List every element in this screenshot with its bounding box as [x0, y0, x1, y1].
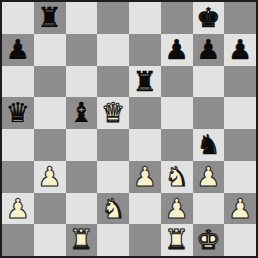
piece-black-rook[interactable]: ♜	[38, 2, 62, 34]
square-b2[interactable]	[34, 193, 66, 225]
square-f4[interactable]	[161, 129, 193, 161]
square-g7[interactable]: ♟	[193, 34, 225, 66]
piece-black-king[interactable]: ♚	[196, 2, 220, 34]
piece-white-king[interactable]: ♚	[196, 224, 220, 256]
square-b4[interactable]	[34, 129, 66, 161]
square-b6[interactable]	[34, 66, 66, 98]
piece-white-knight[interactable]: ♞	[165, 161, 189, 193]
square-h7[interactable]: ♟	[224, 34, 256, 66]
square-c3[interactable]	[66, 161, 98, 193]
square-c7[interactable]	[66, 34, 98, 66]
square-d1[interactable]	[97, 224, 129, 256]
square-b8[interactable]: ♜	[34, 2, 66, 34]
square-b7[interactable]	[34, 34, 66, 66]
square-c2[interactable]	[66, 193, 98, 225]
piece-black-rook[interactable]: ♜	[133, 66, 157, 98]
piece-white-pawn[interactable]: ♟	[165, 193, 189, 225]
square-e5[interactable]	[129, 97, 161, 129]
square-d3[interactable]	[97, 161, 129, 193]
square-d8[interactable]	[97, 2, 129, 34]
piece-white-rook[interactable]: ♜	[69, 224, 93, 256]
square-a2[interactable]: ♟	[2, 193, 34, 225]
square-f8[interactable]	[161, 2, 193, 34]
square-h4[interactable]	[224, 129, 256, 161]
piece-white-rook[interactable]: ♜	[165, 224, 189, 256]
square-e1[interactable]	[129, 224, 161, 256]
piece-black-knight[interactable]: ♞	[196, 129, 220, 161]
square-f1[interactable]: ♜	[161, 224, 193, 256]
square-d6[interactable]	[97, 66, 129, 98]
square-c4[interactable]	[66, 129, 98, 161]
square-h5[interactable]	[224, 97, 256, 129]
square-f5[interactable]	[161, 97, 193, 129]
piece-white-pawn[interactable]: ♟	[228, 193, 252, 225]
square-g5[interactable]	[193, 97, 225, 129]
square-a3[interactable]	[2, 161, 34, 193]
square-c6[interactable]	[66, 66, 98, 98]
square-e4[interactable]	[129, 129, 161, 161]
piece-white-pawn[interactable]: ♟	[6, 193, 30, 225]
square-a4[interactable]	[2, 129, 34, 161]
piece-black-queen[interactable]: ♛	[6, 97, 30, 129]
square-c5[interactable]: ♝	[66, 97, 98, 129]
piece-white-queen[interactable]: ♛	[101, 97, 125, 129]
square-f2[interactable]: ♟	[161, 193, 193, 225]
square-b3[interactable]: ♟	[34, 161, 66, 193]
square-b1[interactable]	[34, 224, 66, 256]
square-d2[interactable]: ♞	[97, 193, 129, 225]
piece-black-pawn[interactable]: ♟	[196, 34, 220, 66]
square-a8[interactable]	[2, 2, 34, 34]
square-h3[interactable]	[224, 161, 256, 193]
square-g8[interactable]: ♚	[193, 2, 225, 34]
square-b5[interactable]	[34, 97, 66, 129]
piece-white-pawn[interactable]: ♟	[196, 161, 220, 193]
square-h6[interactable]	[224, 66, 256, 98]
piece-white-pawn[interactable]: ♟	[38, 161, 62, 193]
square-e8[interactable]	[129, 2, 161, 34]
piece-black-pawn[interactable]: ♟	[228, 34, 252, 66]
piece-black-pawn[interactable]: ♟	[6, 34, 30, 66]
square-g6[interactable]	[193, 66, 225, 98]
piece-white-knight[interactable]: ♞	[101, 193, 125, 225]
chess-board-window: ♜♚♟♟♟♟♜♛♝♛♞♟♟♞♟♟♞♟♟♜♜♚	[0, 0, 258, 258]
square-h1[interactable]	[224, 224, 256, 256]
square-c1[interactable]: ♜	[66, 224, 98, 256]
square-a6[interactable]	[2, 66, 34, 98]
square-a1[interactable]	[2, 224, 34, 256]
square-f3[interactable]: ♞	[161, 161, 193, 193]
square-e6[interactable]: ♜	[129, 66, 161, 98]
square-g2[interactable]	[193, 193, 225, 225]
square-f7[interactable]: ♟	[161, 34, 193, 66]
square-g1[interactable]: ♚	[193, 224, 225, 256]
square-g3[interactable]: ♟	[193, 161, 225, 193]
square-g4[interactable]: ♞	[193, 129, 225, 161]
square-e2[interactable]	[129, 193, 161, 225]
square-c8[interactable]	[66, 2, 98, 34]
square-h2[interactable]: ♟	[224, 193, 256, 225]
square-a5[interactable]: ♛	[2, 97, 34, 129]
square-h8[interactable]	[224, 2, 256, 34]
piece-black-bishop[interactable]: ♝	[69, 97, 93, 129]
square-e3[interactable]: ♟	[129, 161, 161, 193]
square-f6[interactable]	[161, 66, 193, 98]
square-d4[interactable]	[97, 129, 129, 161]
square-d7[interactable]	[97, 34, 129, 66]
piece-black-pawn[interactable]: ♟	[165, 34, 189, 66]
chess-board: ♜♚♟♟♟♟♜♛♝♛♞♟♟♞♟♟♞♟♟♜♜♚	[0, 0, 258, 258]
piece-white-pawn[interactable]: ♟	[133, 161, 157, 193]
square-d5[interactable]: ♛	[97, 97, 129, 129]
square-a7[interactable]: ♟	[2, 34, 34, 66]
square-e7[interactable]	[129, 34, 161, 66]
